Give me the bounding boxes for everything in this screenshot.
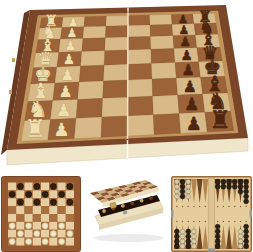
backgammon-checker-dark	[244, 244, 249, 249]
chess-square	[105, 26, 128, 38]
point-dot	[234, 221, 235, 222]
side-clasp	[250, 210, 253, 217]
backgammon-checker-dark	[244, 229, 249, 234]
backgammon-checker-light	[180, 229, 185, 234]
product-photo: ♜♟♟♜♞♟♟♞♝♟♟♝♛♟♟♛♚♟♟♚♝♟♟♝♞♟♟♞♜♟♟♜	[0, 0, 252, 252]
chess-piece-white-P: ♟	[53, 119, 69, 140]
chess-square	[150, 36, 174, 50]
chess-square	[102, 97, 128, 117]
checkers-square	[66, 214, 74, 222]
backgammon-checker-light	[192, 239, 197, 244]
backgammon-checker-light	[180, 234, 185, 239]
trim-dot	[127, 11, 128, 12]
point-dot	[193, 221, 194, 222]
chess-piece-white-P: ♟	[61, 66, 74, 83]
backgammon-checker-light	[238, 244, 243, 249]
trim-dot	[173, 10, 174, 11]
chess-square	[128, 79, 153, 97]
point-dot	[182, 206, 183, 207]
checkers-square	[8, 198, 16, 206]
chess-square	[74, 117, 102, 139]
chess-square	[79, 65, 104, 82]
checkers-square	[58, 206, 66, 214]
checkers-square	[41, 183, 49, 191]
chess-square	[153, 114, 180, 135]
folded-box-thumbnail	[85, 178, 171, 248]
checkers-square	[49, 222, 57, 230]
trim-dot	[150, 11, 151, 12]
checkers-square	[49, 190, 57, 198]
backgammon-checker-light	[192, 229, 197, 234]
chess-square	[128, 15, 150, 26]
backgammon-checker-light	[174, 194, 179, 199]
checker-man-dark	[67, 183, 73, 189]
side-clasp	[171, 210, 174, 217]
point-dot	[182, 221, 183, 222]
point-dot	[240, 221, 241, 222]
checker-man-light	[17, 231, 23, 237]
checkers-square	[49, 214, 57, 222]
backgammon-checker-dark	[232, 184, 237, 189]
checkers-square	[25, 183, 33, 191]
clasp	[110, 202, 117, 208]
chess-piece-white-R: ♜	[24, 115, 46, 143]
checkers-square	[25, 214, 33, 222]
checker-man-light	[67, 231, 73, 237]
backgammon-checker-dark	[215, 184, 220, 189]
checker-man-light	[26, 223, 32, 229]
stored-chess-piece	[149, 196, 153, 200]
checkers-square	[58, 214, 66, 222]
trim-dot	[99, 140, 101, 142]
checker-man-light	[42, 223, 48, 229]
bottom-hinge	[208, 249, 215, 252]
checkers-square	[16, 214, 24, 222]
checkers-square	[49, 206, 57, 214]
backgammon-checker-light	[192, 244, 197, 249]
checker-man-light	[34, 231, 40, 237]
backgammon-checker-dark	[244, 199, 249, 204]
chess-square	[151, 63, 176, 80]
checkers-square	[49, 238, 57, 246]
chess-square	[76, 98, 103, 118]
checkers-square	[58, 183, 66, 191]
chess-square	[152, 78, 178, 96]
backgammon-checker-dark	[244, 179, 249, 184]
backgammon-thumbnail	[171, 176, 252, 252]
checker-man-light	[42, 238, 48, 244]
backgammon-checker-dark	[227, 179, 232, 184]
stored-chess-piece	[130, 201, 134, 205]
checkers-square	[16, 206, 24, 214]
chess-square	[150, 15, 172, 26]
stored-chess-piece	[102, 209, 106, 213]
point-dot	[188, 206, 189, 207]
trim-dot	[59, 13, 60, 14]
chess-piece-white-P: ♟	[56, 100, 71, 120]
checkers-square	[66, 238, 74, 246]
checkers-square	[41, 214, 49, 222]
backgammon-checker-dark	[180, 179, 185, 184]
checkers-square	[58, 198, 66, 206]
trim-dot	[183, 136, 185, 138]
stored-chess-piece	[121, 204, 125, 208]
backgammon-checker-dark	[244, 194, 249, 199]
checker-man-dark	[9, 191, 15, 197]
checker-man-dark	[34, 199, 40, 205]
fold-seam	[128, 8, 129, 145]
chess-square	[84, 16, 107, 27]
backgammon-checker-dark	[232, 179, 237, 184]
chess-square	[150, 24, 173, 36]
backgammon-checker-light	[174, 184, 179, 189]
checkers-square	[16, 190, 24, 198]
checker-man-light	[26, 238, 32, 244]
point-dot	[245, 206, 246, 207]
checker-man-light	[59, 223, 65, 229]
checker-man-dark	[34, 183, 40, 189]
trim-dot	[104, 12, 105, 13]
chess-square	[83, 26, 106, 38]
chess-piece-white-P: ♟	[63, 51, 75, 67]
backgammon-checker-dark	[215, 229, 220, 234]
checker-man-light	[9, 223, 15, 229]
chess-square	[104, 50, 128, 65]
backgammon-checker-dark	[180, 184, 185, 189]
checkers-square	[25, 230, 33, 238]
checker-man-dark	[67, 199, 73, 205]
checker-man-dark	[50, 199, 56, 205]
checkers-square	[66, 222, 74, 230]
side-hinge	[12, 58, 15, 62]
backgammon-checker-dark	[180, 194, 185, 199]
checkers-square	[8, 214, 16, 222]
chess-square	[106, 16, 128, 27]
backgammon-checker-dark	[221, 179, 226, 184]
checker-man-dark	[26, 191, 32, 197]
backgammon-checker-dark	[174, 229, 179, 234]
checkers-square	[25, 198, 33, 206]
point-dot	[223, 206, 224, 207]
checkers-square	[25, 206, 33, 214]
chess-square	[101, 116, 128, 137]
chess-piece-black-R: ♜	[209, 106, 231, 134]
chess-square	[104, 64, 128, 81]
checkers-square	[33, 222, 41, 230]
open-chess-board-photo: ♜♟♟♜♞♟♟♞♝♟♟♝♛♟♟♛♚♟♟♚♝♟♟♝♞♟♟♞♜♟♟♜	[0, 0, 252, 172]
backgammon-checker-light	[174, 179, 179, 184]
chess-square	[105, 37, 128, 51]
chess-square	[82, 38, 106, 52]
trim-dot	[211, 135, 213, 137]
backgammon-checker-dark	[174, 244, 179, 249]
point-dot	[217, 221, 218, 222]
trim-dot	[127, 139, 129, 141]
box-shadow	[94, 234, 164, 242]
side-hinge	[9, 90, 12, 94]
point-dot	[245, 221, 246, 222]
backgammon-checker-dark	[215, 239, 220, 244]
backgammon-checker-light	[186, 189, 191, 194]
checkers-square	[33, 214, 41, 222]
backgammon-checker-dark	[244, 234, 249, 239]
backgammon-checker-light	[238, 229, 243, 234]
point-dot	[176, 221, 177, 222]
backgammon-checker-dark	[221, 184, 226, 189]
backgammon-checker-dark	[244, 189, 249, 194]
backgammon-checker-dark	[227, 184, 232, 189]
chess-square	[128, 96, 154, 116]
backgammon-checker-dark	[186, 244, 191, 249]
checkers-square	[8, 206, 16, 214]
point-dot	[217, 206, 218, 207]
chess-square	[128, 49, 152, 64]
checkers-square	[33, 238, 41, 246]
backgammon-checker-dark	[244, 184, 249, 189]
backgammon-checker-dark	[186, 234, 191, 239]
backgammon-checker-dark	[238, 189, 243, 194]
checkers-square	[16, 238, 24, 246]
trim-dot	[155, 137, 157, 139]
point-dot	[228, 221, 229, 222]
checker-man-dark	[59, 191, 65, 197]
checker-man-light	[59, 238, 65, 244]
checkers-square	[33, 190, 41, 198]
chess-square	[128, 115, 155, 136]
checkers-square	[41, 206, 49, 214]
checkers-square	[16, 222, 24, 230]
backgammon-bar	[208, 178, 215, 250]
backgammon-checker-dark	[180, 189, 185, 194]
checkers-square	[33, 206, 41, 214]
checker-man-dark	[17, 199, 23, 205]
backgammon-checker-dark	[215, 179, 220, 184]
checkers-square	[41, 198, 49, 206]
trim-dot	[70, 142, 72, 144]
chess-square	[128, 36, 151, 50]
point-dot	[205, 206, 206, 207]
backgammon-checker-dark	[186, 229, 191, 234]
chess-square	[128, 25, 150, 37]
chess-square	[153, 95, 180, 115]
point-dot	[205, 221, 206, 222]
stored-chess-piece	[140, 199, 144, 203]
checkers-square	[8, 230, 16, 238]
backgammon-checker-dark	[244, 239, 249, 244]
chess-piece-black-P: ♟	[182, 61, 195, 78]
point-dot	[199, 206, 200, 207]
chess-square	[151, 48, 175, 63]
chess-square	[78, 81, 104, 99]
backgammon-checker-light	[180, 239, 185, 244]
checkers-square	[66, 206, 74, 214]
point-dot	[199, 221, 200, 222]
checker-man-dark	[50, 183, 56, 189]
backgammon-checker-dark	[244, 224, 249, 229]
backgammon-checker-light	[192, 234, 197, 239]
chess-square	[81, 51, 105, 66]
point-dot	[240, 206, 241, 207]
backgammon-checker-dark	[186, 239, 191, 244]
backgammon-checker-light	[238, 234, 243, 239]
chess-square	[103, 80, 128, 98]
checker-man-dark	[17, 183, 23, 189]
point-dot	[223, 221, 224, 222]
backgammon-checker-dark	[238, 184, 243, 189]
backgammon-checker-light	[186, 184, 191, 189]
checkers-square	[66, 190, 74, 198]
point-dot	[228, 206, 229, 207]
backgammon-checker-light	[186, 194, 191, 199]
chess-piece-white-P: ♟	[58, 82, 72, 101]
checkers-thumbnail	[1, 176, 81, 252]
backgammon-checker-dark	[215, 244, 220, 249]
checkers-square	[41, 230, 49, 238]
point-dot	[193, 206, 194, 207]
backgammon-checker-dark	[238, 179, 243, 184]
checkers-square	[58, 230, 66, 238]
backgammon-checker-dark	[215, 224, 220, 229]
backgammon-checker-light	[174, 189, 179, 194]
backgammon-checker-dark	[174, 239, 179, 244]
backgammon-checker-dark	[215, 234, 220, 239]
backgammon-checker-dark	[174, 234, 179, 239]
checker-man-dark	[42, 191, 48, 197]
trim-dot	[82, 12, 83, 13]
point-dot	[188, 221, 189, 222]
chess-piece-black-P: ♟	[185, 113, 201, 134]
backgammon-checker-light	[186, 179, 191, 184]
chess-square	[128, 63, 152, 80]
chess-piece-black-P: ♟	[184, 94, 199, 114]
point-dot	[234, 206, 235, 207]
checker-man-light	[9, 238, 15, 244]
point-dot	[176, 206, 177, 207]
checkers-square	[8, 183, 16, 191]
backgammon-checker-light	[238, 239, 243, 244]
backgammon-checker-light	[180, 244, 185, 249]
checker-man-light	[50, 231, 56, 237]
